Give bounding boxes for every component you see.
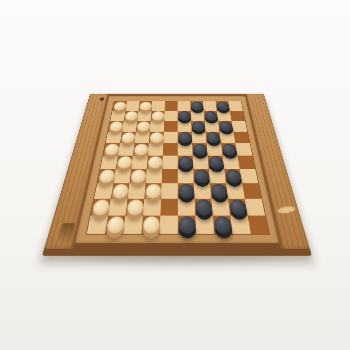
board-square[interactable] xyxy=(129,169,146,183)
dark-checker-piece[interactable] xyxy=(208,156,224,169)
board-square[interactable] xyxy=(113,169,131,183)
dark-checker-piece[interactable] xyxy=(195,199,212,215)
board-square[interactable] xyxy=(232,121,248,132)
board-square[interactable] xyxy=(150,121,164,132)
board-square[interactable] xyxy=(195,199,213,216)
board-square[interactable] xyxy=(178,111,191,121)
light-checker-piece[interactable] xyxy=(124,111,138,121)
board-square[interactable] xyxy=(138,101,152,110)
board-square[interactable] xyxy=(105,216,125,234)
board-square[interactable] xyxy=(237,156,255,169)
light-checker-piece[interactable] xyxy=(105,216,125,233)
board-square[interactable] xyxy=(160,216,178,234)
board-square[interactable] xyxy=(144,183,161,199)
dark-checker-piece[interactable] xyxy=(210,184,227,199)
board-square[interactable] xyxy=(149,132,164,144)
board-square[interactable] xyxy=(178,143,193,155)
board-square[interactable] xyxy=(194,183,211,199)
board-square[interactable] xyxy=(141,216,160,234)
board-square[interactable] xyxy=(211,199,230,216)
board-square[interactable] xyxy=(235,143,252,155)
photo-scene xyxy=(0,0,350,350)
dark-checker-piece[interactable] xyxy=(191,121,205,131)
light-checker-piece[interactable] xyxy=(133,144,148,156)
dark-checker-piece[interactable] xyxy=(178,132,192,143)
board-square[interactable] xyxy=(134,132,149,144)
light-checker-piece[interactable] xyxy=(145,184,162,199)
board-square[interactable] xyxy=(120,132,136,144)
board-square[interactable] xyxy=(228,101,243,110)
dark-checker-piece[interactable] xyxy=(178,156,193,169)
board-square[interactable] xyxy=(164,111,177,121)
board-square[interactable] xyxy=(131,156,148,169)
board-square[interactable] xyxy=(178,199,195,216)
board-square[interactable] xyxy=(147,156,163,169)
dark-checker-piece[interactable] xyxy=(192,144,207,156)
board-square[interactable] xyxy=(123,216,143,234)
board-square[interactable] xyxy=(163,132,177,144)
board-square[interactable] xyxy=(125,199,144,216)
light-checker-piece[interactable] xyxy=(130,169,146,183)
board-square[interactable] xyxy=(116,156,133,169)
board-square[interactable] xyxy=(205,121,220,132)
wood-grain-streak xyxy=(57,223,75,243)
board-square[interactable] xyxy=(108,199,128,216)
board-grid xyxy=(86,101,270,235)
board-square[interactable] xyxy=(240,169,259,183)
board-square[interactable] xyxy=(163,143,178,155)
board-square[interactable] xyxy=(161,183,178,199)
board-square[interactable] xyxy=(165,101,178,110)
board-frame xyxy=(75,96,279,243)
board-square[interactable] xyxy=(203,101,217,110)
board-square[interactable] xyxy=(162,169,178,183)
light-checker-piece[interactable] xyxy=(116,156,132,169)
board-square[interactable] xyxy=(124,111,139,121)
board-square[interactable] xyxy=(208,156,225,169)
board-square[interactable] xyxy=(148,143,163,155)
board-square[interactable] xyxy=(146,169,163,183)
board-square[interactable] xyxy=(195,216,214,234)
dark-checker-piece[interactable] xyxy=(218,121,233,131)
board-square[interactable] xyxy=(128,183,146,199)
board-square[interactable] xyxy=(207,143,223,155)
draughts-board xyxy=(44,94,310,249)
light-checker-piece[interactable] xyxy=(111,184,129,199)
board-square[interactable] xyxy=(133,143,149,155)
light-checker-piece[interactable] xyxy=(142,216,160,233)
light-checker-piece[interactable] xyxy=(126,199,144,215)
wood-inlay xyxy=(276,205,297,215)
board-square[interactable] xyxy=(160,199,177,216)
board-square[interactable] xyxy=(178,132,192,144)
wood-knot xyxy=(99,97,104,100)
board-square[interactable] xyxy=(192,143,207,155)
board-square[interactable] xyxy=(178,101,191,110)
board-square[interactable] xyxy=(178,216,196,234)
dark-checker-piece[interactable] xyxy=(213,216,232,233)
board-square[interactable] xyxy=(151,111,165,121)
board-square[interactable] xyxy=(210,183,228,199)
board-square[interactable] xyxy=(118,143,134,155)
light-checker-piece[interactable] xyxy=(136,121,150,131)
light-checker-piece[interactable] xyxy=(120,132,135,143)
board-square[interactable] xyxy=(125,101,139,110)
board-square[interactable] xyxy=(206,132,221,144)
board-square[interactable] xyxy=(248,216,269,234)
board-square[interactable] xyxy=(143,199,161,216)
board-square[interactable] xyxy=(233,132,249,144)
dark-checker-piece[interactable] xyxy=(221,144,237,156)
light-checker-piece[interactable] xyxy=(149,132,163,143)
board-square[interactable] xyxy=(190,101,203,110)
board-square[interactable] xyxy=(178,169,194,183)
board-square[interactable] xyxy=(111,183,130,199)
board-square[interactable] xyxy=(178,156,194,169)
board-square[interactable] xyxy=(162,156,177,169)
board-square[interactable] xyxy=(191,121,205,132)
board-square[interactable] xyxy=(242,183,261,199)
dark-checker-piece[interactable] xyxy=(178,216,195,233)
board-square[interactable] xyxy=(164,121,178,132)
board-square[interactable] xyxy=(230,111,245,121)
dark-checker-piece[interactable] xyxy=(206,132,221,143)
board-square[interactable] xyxy=(178,121,192,132)
board-square[interactable] xyxy=(204,111,218,121)
dark-checker-piece[interactable] xyxy=(194,169,210,183)
board-square[interactable] xyxy=(178,183,195,199)
board-square[interactable] xyxy=(209,169,226,183)
board-square[interactable] xyxy=(192,132,207,144)
dark-checker-piece[interactable] xyxy=(178,184,194,199)
board-square[interactable] xyxy=(152,101,165,110)
dark-checker-piece[interactable] xyxy=(191,102,204,111)
dark-checker-piece[interactable] xyxy=(204,111,218,121)
board-square[interactable] xyxy=(193,169,210,183)
board-square[interactable] xyxy=(137,111,151,121)
board-square[interactable] xyxy=(136,121,151,132)
light-checker-piece[interactable] xyxy=(151,111,164,121)
light-checker-piece[interactable] xyxy=(139,102,152,111)
board-square[interactable] xyxy=(193,156,209,169)
dark-checker-piece[interactable] xyxy=(178,111,191,121)
dark-checker-piece[interactable] xyxy=(216,102,230,111)
board-square[interactable] xyxy=(245,199,265,216)
light-checker-piece[interactable] xyxy=(147,156,162,169)
board-square[interactable] xyxy=(122,121,137,132)
board-square[interactable] xyxy=(191,111,205,121)
